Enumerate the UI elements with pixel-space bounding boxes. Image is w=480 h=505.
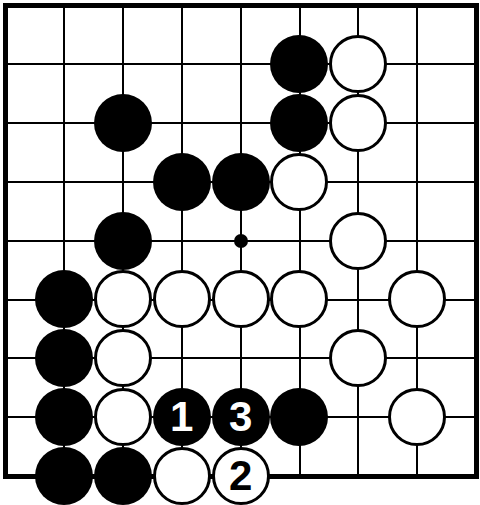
intersection-c6-r2[interactable] — [329, 93, 388, 152]
white-stone[interactable] — [329, 35, 387, 93]
intersection-c5-r8[interactable] — [270, 447, 329, 505]
intersection-c2-r1[interactable] — [93, 34, 152, 93]
intersection-c4-r1[interactable] — [211, 34, 270, 93]
intersection-c6-r4[interactable] — [329, 211, 388, 270]
intersection-c3-r4[interactable] — [152, 211, 211, 270]
white-stone[interactable] — [388, 388, 446, 446]
intersection-c2-r6[interactable] — [93, 329, 152, 388]
intersection-c6-r5[interactable] — [329, 270, 388, 329]
go-diagram-page: 132 — [0, 0, 480, 505]
intersection-c2-r5[interactable] — [93, 270, 152, 329]
intersection-c7-r8[interactable] — [388, 447, 447, 505]
intersection-c8-r3[interactable] — [447, 152, 480, 211]
intersection-c0-r6[interactable] — [0, 329, 34, 388]
white-stone[interactable] — [153, 270, 211, 328]
intersection-c8-r8[interactable] — [447, 447, 480, 505]
intersection-c2-r8[interactable] — [93, 447, 152, 505]
intersection-c0-r2[interactable] — [0, 93, 34, 152]
intersection-c0-r0[interactable] — [0, 0, 34, 34]
white-stone[interactable] — [388, 270, 446, 328]
black-stone[interactable] — [35, 329, 93, 387]
intersection-c1-r7[interactable] — [34, 388, 93, 447]
intersection-c0-r8[interactable] — [0, 447, 34, 505]
intersection-c6-r6[interactable] — [329, 329, 388, 388]
move-number: 1 — [170, 396, 193, 438]
intersection-c1-r5[interactable] — [34, 270, 93, 329]
intersection-c4-r0[interactable] — [211, 0, 270, 34]
intersection-c3-r7[interactable]: 1 — [152, 388, 211, 447]
intersection-c4-r6[interactable] — [211, 329, 270, 388]
intersection-c6-r8[interactable] — [329, 447, 388, 505]
intersection-c8-r6[interactable] — [447, 329, 480, 388]
intersection-c6-r0[interactable] — [329, 0, 388, 34]
move-number: 3 — [229, 396, 252, 438]
move-1-black-stone[interactable]: 1 — [153, 388, 211, 446]
intersection-c1-r3[interactable] — [34, 152, 93, 211]
intersection-c5-r7[interactable] — [270, 388, 329, 447]
black-stone[interactable] — [270, 388, 328, 446]
move-2-white-stone[interactable]: 2 — [212, 447, 270, 505]
black-stone[interactable] — [270, 94, 328, 152]
white-stone[interactable] — [329, 329, 387, 387]
intersection-c7-r4[interactable] — [388, 211, 447, 270]
black-stone[interactable] — [35, 270, 93, 328]
intersection-c0-r7[interactable] — [0, 388, 34, 447]
intersection-c7-r5[interactable] — [388, 270, 447, 329]
intersection-c0-r5[interactable] — [0, 270, 34, 329]
intersection-c8-r2[interactable] — [447, 93, 480, 152]
move-number: 2 — [229, 455, 252, 497]
intersection-c6-r3[interactable] — [329, 152, 388, 211]
intersection-c4-r7[interactable]: 3 — [211, 388, 270, 447]
intersection-c1-r8[interactable] — [34, 447, 93, 505]
white-stone[interactable] — [94, 329, 152, 387]
intersection-c2-r3[interactable] — [93, 152, 152, 211]
go-board: 132 — [0, 0, 480, 505]
intersection-c4-r2[interactable] — [211, 93, 270, 152]
white-stone[interactable] — [270, 153, 328, 211]
intersection-c3-r6[interactable] — [152, 329, 211, 388]
black-stone[interactable] — [94, 94, 152, 152]
intersection-c6-r7[interactable] — [329, 388, 388, 447]
intersection-c3-r3[interactable] — [152, 152, 211, 211]
intersection-c7-r2[interactable] — [388, 93, 447, 152]
black-stone[interactable] — [35, 388, 93, 446]
intersection-c8-r5[interactable] — [447, 270, 480, 329]
intersection-c7-r6[interactable] — [388, 329, 447, 388]
intersection-c2-r4[interactable] — [93, 211, 152, 270]
intersection-c2-r7[interactable] — [93, 388, 152, 447]
black-stone[interactable] — [153, 153, 211, 211]
intersection-c5-r5[interactable] — [270, 270, 329, 329]
intersection-c7-r7[interactable] — [388, 388, 447, 447]
intersection-c1-r0[interactable] — [34, 0, 93, 34]
intersection-c5-r0[interactable] — [270, 0, 329, 34]
black-stone[interactable] — [270, 35, 328, 93]
intersection-c7-r3[interactable] — [388, 152, 447, 211]
white-stone[interactable] — [94, 388, 152, 446]
intersection-c5-r2[interactable] — [270, 93, 329, 152]
intersection-c8-r1[interactable] — [447, 34, 480, 93]
intersection-c1-r4[interactable] — [34, 211, 93, 270]
intersection-grid: 132 — [0, 0, 480, 505]
intersection-c7-r0[interactable] — [388, 0, 447, 34]
black-stone[interactable] — [94, 447, 152, 505]
intersection-c8-r0[interactable] — [447, 0, 480, 34]
white-stone[interactable] — [94, 270, 152, 328]
intersection-c8-r7[interactable] — [447, 388, 480, 447]
black-stone[interactable] — [94, 212, 152, 270]
intersection-c2-r2[interactable] — [93, 93, 152, 152]
intersection-c3-r8[interactable] — [152, 447, 211, 505]
black-stone[interactable] — [35, 447, 93, 505]
white-stone[interactable] — [212, 270, 270, 328]
star-point — [234, 234, 248, 248]
intersection-c1-r6[interactable] — [34, 329, 93, 388]
white-stone[interactable] — [329, 212, 387, 270]
intersection-c6-r1[interactable] — [329, 34, 388, 93]
intersection-c5-r4[interactable] — [270, 211, 329, 270]
intersection-c0-r1[interactable] — [0, 34, 34, 93]
intersection-c4-r5[interactable] — [211, 270, 270, 329]
intersection-c1-r2[interactable] — [34, 93, 93, 152]
intersection-c3-r5[interactable] — [152, 270, 211, 329]
black-stone[interactable] — [212, 153, 270, 211]
intersection-c5-r1[interactable] — [270, 34, 329, 93]
white-stone[interactable] — [329, 94, 387, 152]
intersection-c3-r1[interactable] — [152, 34, 211, 93]
intersection-c0-r3[interactable] — [0, 152, 34, 211]
intersection-c4-r8[interactable]: 2 — [211, 447, 270, 505]
intersection-c8-r4[interactable] — [447, 211, 480, 270]
white-stone[interactable] — [153, 447, 211, 505]
intersection-c2-r0[interactable] — [93, 0, 152, 34]
intersection-c1-r1[interactable] — [34, 34, 93, 93]
white-stone[interactable] — [270, 270, 328, 328]
intersection-c3-r2[interactable] — [152, 93, 211, 152]
intersection-c0-r4[interactable] — [0, 211, 34, 270]
intersection-c4-r3[interactable] — [211, 152, 270, 211]
intersection-c5-r3[interactable] — [270, 152, 329, 211]
intersection-c4-r4[interactable] — [211, 211, 270, 270]
intersection-c3-r0[interactable] — [152, 0, 211, 34]
intersection-c5-r6[interactable] — [270, 329, 329, 388]
intersection-c7-r1[interactable] — [388, 34, 447, 93]
move-3-black-stone[interactable]: 3 — [212, 388, 270, 446]
